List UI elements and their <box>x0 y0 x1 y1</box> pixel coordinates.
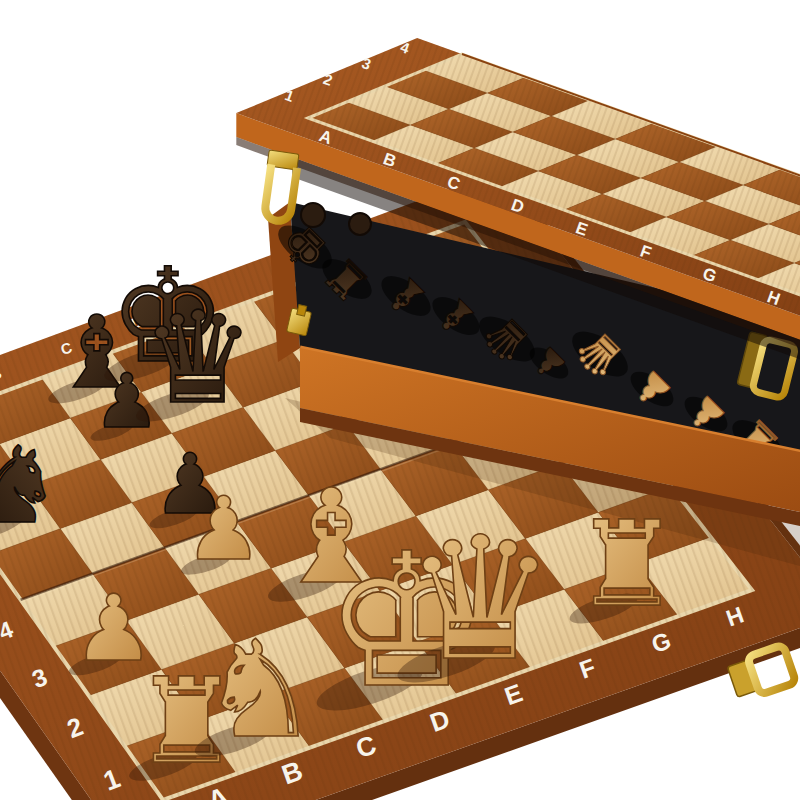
chess-set-photo: ABCDEFGH12345678BCD♚♜♝♝♛♟♛♟♟♜ABCDEFGH123… <box>0 0 800 800</box>
black-knight[interactable]: ♞ <box>0 424 62 547</box>
scene-svg: ABCDEFGH12345678BCD♚♜♝♝♛♟♛♟♟♜ABCDEFGH123… <box>0 0 800 800</box>
white-rook[interactable]: ♜ <box>574 495 680 633</box>
tray-piece-base <box>349 213 371 235</box>
white-pawn[interactable]: ♟ <box>184 478 262 580</box>
white-queen[interactable]: ♛ <box>404 500 556 698</box>
white-knight[interactable]: ♞ <box>200 612 320 768</box>
black-queen[interactable]: ♛ <box>141 284 255 432</box>
